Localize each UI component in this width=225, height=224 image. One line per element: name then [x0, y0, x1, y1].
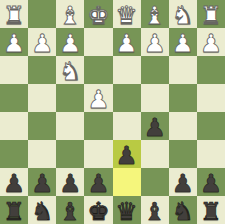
square-a6[interactable]	[197, 140, 225, 168]
square-e8[interactable]: ♚︎	[84, 196, 112, 224]
square-d3[interactable]	[113, 56, 141, 84]
square-b1[interactable]: ♞︎	[169, 0, 197, 28]
square-h1[interactable]: ♜︎	[0, 0, 28, 28]
piece-white-pawn[interactable]: ♟︎	[31, 30, 53, 55]
square-b6[interactable]	[169, 140, 197, 168]
piece-black-pawn[interactable]: ♟︎	[3, 170, 25, 195]
piece-black-bishop[interactable]: ♝︎	[59, 198, 81, 223]
square-c5[interactable]: ♟︎	[141, 112, 169, 140]
square-e2[interactable]	[84, 28, 112, 56]
square-h7[interactable]: ♟︎	[0, 168, 28, 196]
square-g4[interactable]	[28, 84, 56, 112]
piece-white-pawn[interactable]: ♟︎	[172, 30, 194, 55]
piece-white-queen[interactable]: ♛︎	[115, 2, 137, 27]
square-f2[interactable]: ♟︎	[56, 28, 84, 56]
square-f4[interactable]	[56, 84, 84, 112]
square-a2[interactable]: ♟︎	[197, 28, 225, 56]
square-d7[interactable]	[113, 168, 141, 196]
piece-black-pawn[interactable]: ♟︎	[31, 170, 53, 195]
piece-black-queen[interactable]: ♛︎	[115, 198, 137, 223]
square-c6[interactable]	[141, 140, 169, 168]
square-e4[interactable]: ♟︎	[84, 84, 112, 112]
piece-white-pawn[interactable]: ♟︎	[59, 30, 81, 55]
square-b4[interactable]	[169, 84, 197, 112]
square-f3[interactable]: ♞︎	[56, 56, 84, 84]
square-d6[interactable]: ♟︎	[113, 140, 141, 168]
square-e3[interactable]	[84, 56, 112, 84]
piece-white-pawn[interactable]: ♟︎	[3, 30, 25, 55]
square-d1[interactable]: ♛︎	[113, 0, 141, 28]
piece-white-bishop[interactable]: ♝︎	[143, 2, 165, 27]
square-h4[interactable]	[0, 84, 28, 112]
square-g8[interactable]: ♞︎	[28, 196, 56, 224]
piece-white-knight[interactable]: ♞︎	[172, 2, 194, 27]
square-a7[interactable]: ♟︎	[197, 168, 225, 196]
square-g7[interactable]: ♟︎	[28, 168, 56, 196]
piece-black-knight[interactable]: ♞︎	[31, 198, 53, 223]
piece-white-king[interactable]: ♚︎	[87, 2, 109, 27]
piece-black-pawn[interactable]: ♟︎	[87, 170, 109, 195]
piece-white-rook[interactable]: ♜︎	[200, 2, 222, 27]
square-h2[interactable]: ♟︎	[0, 28, 28, 56]
square-h5[interactable]	[0, 112, 28, 140]
square-h8[interactable]: ♜︎	[0, 196, 28, 224]
piece-black-knight[interactable]: ♞︎	[172, 198, 194, 223]
piece-black-pawn[interactable]: ♟︎	[143, 114, 165, 139]
square-c1[interactable]: ♝︎	[141, 0, 169, 28]
piece-black-king[interactable]: ♚︎	[87, 198, 109, 223]
square-f1[interactable]: ♝︎	[56, 0, 84, 28]
square-d8[interactable]: ♛︎	[113, 196, 141, 224]
square-e5[interactable]	[84, 112, 112, 140]
square-c7[interactable]	[141, 168, 169, 196]
square-a3[interactable]	[197, 56, 225, 84]
square-c2[interactable]: ♟︎	[141, 28, 169, 56]
square-a5[interactable]	[197, 112, 225, 140]
piece-black-bishop[interactable]: ♝︎	[143, 198, 165, 223]
square-g3[interactable]	[28, 56, 56, 84]
piece-black-pawn[interactable]: ♟︎	[59, 170, 81, 195]
square-e6[interactable]	[84, 140, 112, 168]
square-h3[interactable]	[0, 56, 28, 84]
piece-white-knight[interactable]: ♞︎	[59, 58, 81, 83]
square-f6[interactable]	[56, 140, 84, 168]
square-h6[interactable]	[0, 140, 28, 168]
square-b3[interactable]	[169, 56, 197, 84]
square-c3[interactable]	[141, 56, 169, 84]
square-g1[interactable]	[28, 0, 56, 28]
piece-black-pawn[interactable]: ♟︎	[172, 170, 194, 195]
chess-board: ♜︎♝︎♚︎♛︎♝︎♞︎♜︎♟︎♟︎♟︎♟︎♟︎♟︎♟︎♞︎♟︎♟︎♟︎♟︎♟︎…	[0, 0, 225, 224]
square-d5[interactable]	[113, 112, 141, 140]
piece-white-pawn[interactable]: ♟︎	[115, 30, 137, 55]
square-e7[interactable]: ♟︎	[84, 168, 112, 196]
square-d2[interactable]: ♟︎	[113, 28, 141, 56]
square-f8[interactable]: ♝︎	[56, 196, 84, 224]
square-g6[interactable]	[28, 140, 56, 168]
square-c8[interactable]: ♝︎	[141, 196, 169, 224]
square-e1[interactable]: ♚︎	[84, 0, 112, 28]
square-a1[interactable]: ♜︎	[197, 0, 225, 28]
piece-white-pawn[interactable]: ♟︎	[143, 30, 165, 55]
square-a4[interactable]	[197, 84, 225, 112]
square-c4[interactable]	[141, 84, 169, 112]
piece-black-rook[interactable]: ♜︎	[200, 198, 222, 223]
piece-white-pawn[interactable]: ♟︎	[200, 30, 222, 55]
square-b2[interactable]: ♟︎	[169, 28, 197, 56]
piece-black-pawn[interactable]: ♟︎	[115, 142, 137, 167]
piece-black-rook[interactable]: ♜︎	[3, 198, 25, 223]
piece-black-pawn[interactable]: ♟︎	[200, 170, 222, 195]
square-g2[interactable]: ♟︎	[28, 28, 56, 56]
square-b7[interactable]: ♟︎	[169, 168, 197, 196]
piece-white-bishop[interactable]: ♝︎	[59, 2, 81, 27]
square-f5[interactable]	[56, 112, 84, 140]
square-b8[interactable]: ♞︎	[169, 196, 197, 224]
square-b5[interactable]	[169, 112, 197, 140]
piece-white-rook[interactable]: ♜︎	[3, 2, 25, 27]
piece-white-pawn[interactable]: ♟︎	[87, 86, 109, 111]
square-d4[interactable]	[113, 84, 141, 112]
square-f7[interactable]: ♟︎	[56, 168, 84, 196]
square-g5[interactable]	[28, 112, 56, 140]
square-a8[interactable]: ♜︎	[197, 196, 225, 224]
